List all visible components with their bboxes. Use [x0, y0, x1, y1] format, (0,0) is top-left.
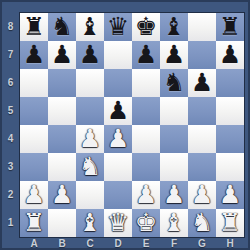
- black-queen-piece: ♛: [104, 13, 132, 41]
- black-pawn-piece: ♟: [104, 97, 132, 125]
- white-rook-piece: ♜: [216, 209, 244, 237]
- square-e4[interactable]: [132, 125, 160, 153]
- square-b3[interactable]: [48, 153, 76, 181]
- square-g3[interactable]: [188, 153, 216, 181]
- white-queen-piece: ♛: [104, 209, 132, 237]
- square-f8[interactable]: ♝: [160, 13, 188, 41]
- square-f2[interactable]: ♟: [160, 181, 188, 209]
- black-pawn-piece: ♟: [20, 41, 48, 69]
- square-h4[interactable]: [216, 125, 244, 153]
- square-h7[interactable]: ♟: [216, 41, 244, 69]
- file-label-b: B: [48, 238, 76, 250]
- white-pawn-piece: ♟: [160, 181, 188, 209]
- square-f5[interactable]: [160, 97, 188, 125]
- square-c3[interactable]: ♞: [76, 153, 104, 181]
- rank-label-2: 2: [2, 181, 19, 209]
- white-pawn-piece: ♟: [76, 125, 104, 153]
- file-label-e: E: [132, 238, 160, 250]
- square-c7[interactable]: ♟: [76, 41, 104, 69]
- black-pawn-piece: ♟: [160, 41, 188, 69]
- square-d6[interactable]: [104, 69, 132, 97]
- square-a3[interactable]: [20, 153, 48, 181]
- square-h2[interactable]: ♟: [216, 181, 244, 209]
- square-e5[interactable]: [132, 97, 160, 125]
- square-a6[interactable]: [20, 69, 48, 97]
- square-d7[interactable]: [104, 41, 132, 69]
- square-d4[interactable]: ♟: [104, 125, 132, 153]
- file-label-c: C: [76, 238, 104, 250]
- black-knight-piece: ♞: [160, 69, 188, 97]
- black-bishop-piece: ♝: [76, 13, 104, 41]
- black-pawn-piece: ♟: [132, 41, 160, 69]
- rank-label-6: 6: [2, 69, 19, 97]
- black-king-piece: ♚: [132, 13, 160, 41]
- rank-label-3: 3: [2, 153, 19, 181]
- square-a2[interactable]: ♟: [20, 181, 48, 209]
- file-label-a: A: [20, 238, 48, 250]
- square-f3[interactable]: [160, 153, 188, 181]
- square-f6[interactable]: ♞: [160, 69, 188, 97]
- black-rook-piece: ♜: [216, 13, 244, 41]
- chess-widget: 87654321 ♜♞♝♛♚♝♜♟♟♟♟♟♟♞♟♟♟♟♞♟♟♟♟♟♟♜♝♛♚♝♞…: [0, 0, 250, 250]
- white-king-piece: ♚: [132, 209, 160, 237]
- square-h8[interactable]: ♜: [216, 13, 244, 41]
- square-a4[interactable]: [20, 125, 48, 153]
- square-a7[interactable]: ♟: [20, 41, 48, 69]
- black-pawn-piece: ♟: [76, 41, 104, 69]
- square-g8[interactable]: [188, 13, 216, 41]
- square-e2[interactable]: ♟: [132, 181, 160, 209]
- square-g4[interactable]: [188, 125, 216, 153]
- square-d8[interactable]: ♛: [104, 13, 132, 41]
- square-g2[interactable]: ♟: [188, 181, 216, 209]
- square-c5[interactable]: [76, 97, 104, 125]
- square-c1[interactable]: ♝: [76, 209, 104, 237]
- square-e8[interactable]: ♚: [132, 13, 160, 41]
- file-label-f: F: [160, 238, 188, 250]
- square-b8[interactable]: ♞: [48, 13, 76, 41]
- square-e6[interactable]: [132, 69, 160, 97]
- rank-label-5: 5: [2, 97, 19, 125]
- rank-label-4: 4: [2, 125, 19, 153]
- file-label-d: D: [104, 238, 132, 250]
- square-d5[interactable]: ♟: [104, 97, 132, 125]
- square-b4[interactable]: [48, 125, 76, 153]
- square-f1[interactable]: ♝: [160, 209, 188, 237]
- square-a5[interactable]: [20, 97, 48, 125]
- square-d1[interactable]: ♛: [104, 209, 132, 237]
- white-pawn-piece: ♟: [48, 181, 76, 209]
- white-pawn-piece: ♟: [132, 181, 160, 209]
- square-b1[interactable]: [48, 209, 76, 237]
- square-c8[interactable]: ♝: [76, 13, 104, 41]
- black-pawn-piece: ♟: [48, 41, 76, 69]
- white-pawn-piece: ♟: [216, 181, 244, 209]
- square-e3[interactable]: [132, 153, 160, 181]
- square-d3[interactable]: [104, 153, 132, 181]
- square-e7[interactable]: ♟: [132, 41, 160, 69]
- square-h3[interactable]: [216, 153, 244, 181]
- square-b2[interactable]: ♟: [48, 181, 76, 209]
- square-c2[interactable]: [76, 181, 104, 209]
- white-bishop-piece: ♝: [160, 209, 188, 237]
- square-a1[interactable]: ♜: [20, 209, 48, 237]
- square-g6[interactable]: ♟: [188, 69, 216, 97]
- square-d2[interactable]: [104, 181, 132, 209]
- square-f4[interactable]: [160, 125, 188, 153]
- square-f7[interactable]: ♟: [160, 41, 188, 69]
- square-h5[interactable]: [216, 97, 244, 125]
- rank-label-7: 7: [2, 41, 19, 69]
- white-pawn-piece: ♟: [104, 125, 132, 153]
- white-bishop-piece: ♝: [76, 209, 104, 237]
- square-b6[interactable]: [48, 69, 76, 97]
- white-rook-piece: ♜: [20, 209, 48, 237]
- white-pawn-piece: ♟: [188, 181, 216, 209]
- square-b7[interactable]: ♟: [48, 41, 76, 69]
- rank-label-1: 1: [2, 209, 19, 237]
- square-h1[interactable]: ♜: [216, 209, 244, 237]
- rank-labels: 87654321: [2, 13, 19, 237]
- black-pawn-piece: ♟: [216, 41, 244, 69]
- square-g1[interactable]: ♞: [188, 209, 216, 237]
- file-labels: ABCDEFGH: [20, 238, 244, 250]
- black-rook-piece: ♜: [20, 13, 48, 41]
- black-pawn-piece: ♟: [188, 69, 216, 97]
- file-label-g: G: [188, 238, 216, 250]
- square-c4[interactable]: ♟: [76, 125, 104, 153]
- white-pawn-piece: ♟: [20, 181, 48, 209]
- black-bishop-piece: ♝: [160, 13, 188, 41]
- square-g5[interactable]: [188, 97, 216, 125]
- chess-board: ♜♞♝♛♚♝♜♟♟♟♟♟♟♞♟♟♟♟♞♟♟♟♟♟♟♜♝♛♚♝♞♜: [19, 12, 245, 238]
- square-e1[interactable]: ♚: [132, 209, 160, 237]
- rank-label-8: 8: [2, 13, 19, 41]
- square-a8[interactable]: ♜: [20, 13, 48, 41]
- square-b5[interactable]: [48, 97, 76, 125]
- square-g7[interactable]: [188, 41, 216, 69]
- square-h6[interactable]: [216, 69, 244, 97]
- square-c6[interactable]: [76, 69, 104, 97]
- white-knight-piece: ♞: [188, 209, 216, 237]
- white-knight-piece: ♞: [76, 153, 104, 181]
- file-label-h: H: [216, 238, 244, 250]
- black-knight-piece: ♞: [48, 13, 76, 41]
